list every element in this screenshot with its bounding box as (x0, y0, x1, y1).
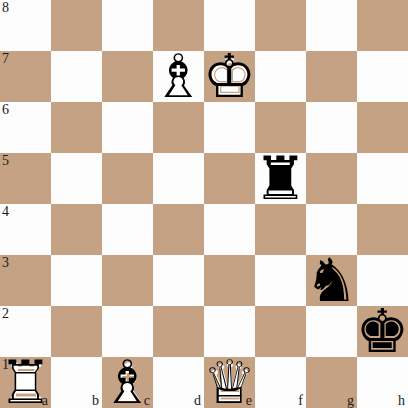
square-a4[interactable]: 4 (0, 204, 51, 255)
square-c4[interactable] (102, 204, 153, 255)
square-a6[interactable]: 6 (0, 102, 51, 153)
square-f5[interactable]: ♜ (255, 153, 306, 204)
square-g3[interactable]: ♞ (306, 255, 357, 306)
file-label-g: g (347, 394, 354, 408)
rank-label-1: 1 (2, 357, 9, 372)
square-c6[interactable] (102, 102, 153, 153)
rank-label-6: 6 (2, 102, 9, 117)
file-label-c: c (144, 394, 150, 408)
square-e1[interactable]: e♛♕ (204, 357, 255, 408)
square-a1[interactable]: 1a♜♖ (0, 357, 51, 408)
square-g1[interactable]: g (306, 357, 357, 408)
rank-label-5: 5 (2, 153, 9, 168)
square-d4[interactable] (153, 204, 204, 255)
file-label-a: a (42, 394, 48, 408)
rank-label-3: 3 (2, 255, 9, 270)
square-d2[interactable] (153, 306, 204, 357)
square-f3[interactable] (255, 255, 306, 306)
square-b5[interactable] (51, 153, 102, 204)
square-e7[interactable]: ♚♔ (204, 51, 255, 102)
black-knight[interactable]: ♞ (306, 255, 357, 306)
file-label-d: d (194, 394, 201, 408)
square-h4[interactable] (357, 204, 408, 255)
square-d7[interactable]: ♝♗ (153, 51, 204, 102)
chess-board: 87♝♗♚♔65♜43♞2♚1a♜♖bc♝♗de♛♕fgh (0, 0, 408, 408)
black-rook[interactable]: ♜ (255, 153, 306, 204)
square-g8[interactable] (306, 0, 357, 51)
square-b4[interactable] (51, 204, 102, 255)
rank-label-8: 8 (2, 0, 9, 15)
square-f1[interactable]: f (255, 357, 306, 408)
square-h5[interactable] (357, 153, 408, 204)
square-b6[interactable] (51, 102, 102, 153)
square-c7[interactable] (102, 51, 153, 102)
white-king[interactable]: ♚♔ (204, 51, 255, 102)
square-h8[interactable] (357, 0, 408, 51)
square-d1[interactable]: d (153, 357, 204, 408)
white-king-outline-glyph: ♔ (203, 51, 257, 102)
square-c3[interactable] (102, 255, 153, 306)
square-f8[interactable] (255, 0, 306, 51)
square-b7[interactable] (51, 51, 102, 102)
square-f2[interactable] (255, 306, 306, 357)
square-d3[interactable] (153, 255, 204, 306)
square-h6[interactable] (357, 102, 408, 153)
square-a7[interactable]: 7 (0, 51, 51, 102)
white-bishop-outline-glyph: ♗ (152, 51, 206, 102)
square-b3[interactable] (51, 255, 102, 306)
square-h2[interactable]: ♚ (357, 306, 408, 357)
square-b8[interactable] (51, 0, 102, 51)
square-a8[interactable]: 8 (0, 0, 51, 51)
black-knight-glyph: ♞ (305, 255, 359, 306)
black-king-glyph: ♚ (356, 306, 408, 357)
square-e4[interactable] (204, 204, 255, 255)
square-b2[interactable] (51, 306, 102, 357)
square-f7[interactable] (255, 51, 306, 102)
rank-label-4: 4 (2, 204, 9, 219)
file-label-h: h (398, 394, 405, 408)
square-g6[interactable] (306, 102, 357, 153)
square-a3[interactable]: 3 (0, 255, 51, 306)
square-h7[interactable] (357, 51, 408, 102)
square-d5[interactable] (153, 153, 204, 204)
square-e3[interactable] (204, 255, 255, 306)
square-b1[interactable]: b (51, 357, 102, 408)
square-c5[interactable] (102, 153, 153, 204)
file-label-e: e (246, 394, 252, 408)
square-c1[interactable]: c♝♗ (102, 357, 153, 408)
square-g7[interactable] (306, 51, 357, 102)
square-g5[interactable] (306, 153, 357, 204)
rank-label-7: 7 (2, 51, 9, 66)
file-label-b: b (92, 394, 99, 408)
square-c8[interactable] (102, 0, 153, 51)
square-a5[interactable]: 5 (0, 153, 51, 204)
white-bishop[interactable]: ♝♗ (153, 51, 204, 102)
file-label-f: f (298, 394, 303, 408)
black-king[interactable]: ♚ (357, 306, 408, 357)
square-e5[interactable] (204, 153, 255, 204)
rank-label-2: 2 (2, 306, 9, 321)
black-rook-glyph: ♜ (254, 153, 308, 204)
